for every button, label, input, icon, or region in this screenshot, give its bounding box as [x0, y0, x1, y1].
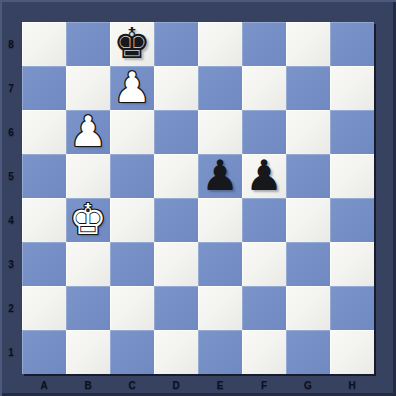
square-b1[interactable]: [66, 330, 110, 374]
square-c4[interactable]: [110, 198, 154, 242]
square-b2[interactable]: [66, 286, 110, 330]
square-g5[interactable]: [286, 154, 330, 198]
file-labels: ABCDEFGH: [22, 374, 374, 396]
square-d8[interactable]: [154, 22, 198, 66]
square-g8[interactable]: [286, 22, 330, 66]
square-e7[interactable]: [198, 66, 242, 110]
square-g6[interactable]: [286, 110, 330, 154]
file-label-c: C: [110, 374, 154, 396]
square-c5[interactable]: [110, 154, 154, 198]
chessboard-frame: 87654321 ABCDEFGH ♚♟♟♟♟♚: [0, 0, 396, 396]
square-h6[interactable]: [330, 110, 374, 154]
rank-label-7: 7: [0, 66, 22, 110]
square-d1[interactable]: [154, 330, 198, 374]
square-b8[interactable]: [66, 22, 110, 66]
square-e4[interactable]: [198, 198, 242, 242]
square-h3[interactable]: [330, 242, 374, 286]
square-d6[interactable]: [154, 110, 198, 154]
square-a2[interactable]: [22, 286, 66, 330]
square-b6[interactable]: ♟: [66, 110, 110, 154]
square-h7[interactable]: [330, 66, 374, 110]
square-c1[interactable]: [110, 330, 154, 374]
rank-label-1: 1: [0, 330, 22, 374]
square-a8[interactable]: [22, 22, 66, 66]
square-e6[interactable]: [198, 110, 242, 154]
piece-black-pawn[interactable]: ♟: [245, 154, 283, 198]
square-g3[interactable]: [286, 242, 330, 286]
piece-black-pawn[interactable]: ♟: [201, 154, 239, 198]
square-d2[interactable]: [154, 286, 198, 330]
square-f6[interactable]: [242, 110, 286, 154]
square-a6[interactable]: [22, 110, 66, 154]
piece-white-king[interactable]: ♚: [69, 198, 107, 242]
square-a4[interactable]: [22, 198, 66, 242]
file-label-g: G: [286, 374, 330, 396]
square-g7[interactable]: [286, 66, 330, 110]
square-f2[interactable]: [242, 286, 286, 330]
square-b4[interactable]: ♚: [66, 198, 110, 242]
square-e8[interactable]: [198, 22, 242, 66]
rank-label-5: 5: [0, 154, 22, 198]
square-d4[interactable]: [154, 198, 198, 242]
piece-white-pawn[interactable]: ♟: [69, 110, 107, 154]
chessboard: ♚♟♟♟♟♚: [22, 22, 374, 374]
square-g2[interactable]: [286, 286, 330, 330]
file-label-e: E: [198, 374, 242, 396]
square-e3[interactable]: [198, 242, 242, 286]
square-e5[interactable]: ♟: [198, 154, 242, 198]
square-d3[interactable]: [154, 242, 198, 286]
square-h4[interactable]: [330, 198, 374, 242]
square-g1[interactable]: [286, 330, 330, 374]
file-label-a: A: [22, 374, 66, 396]
square-f7[interactable]: [242, 66, 286, 110]
square-c6[interactable]: [110, 110, 154, 154]
file-label-f: F: [242, 374, 286, 396]
file-label-h: H: [330, 374, 374, 396]
square-b7[interactable]: [66, 66, 110, 110]
square-e1[interactable]: [198, 330, 242, 374]
rank-label-8: 8: [0, 22, 22, 66]
square-g4[interactable]: [286, 198, 330, 242]
square-d7[interactable]: [154, 66, 198, 110]
square-f3[interactable]: [242, 242, 286, 286]
square-f4[interactable]: [242, 198, 286, 242]
square-h2[interactable]: [330, 286, 374, 330]
square-a3[interactable]: [22, 242, 66, 286]
rank-labels: 87654321: [0, 22, 22, 374]
rank-label-2: 2: [0, 286, 22, 330]
square-f5[interactable]: ♟: [242, 154, 286, 198]
square-a1[interactable]: [22, 330, 66, 374]
square-a5[interactable]: [22, 154, 66, 198]
square-f1[interactable]: [242, 330, 286, 374]
square-f8[interactable]: [242, 22, 286, 66]
square-c7[interactable]: ♟: [110, 66, 154, 110]
square-c2[interactable]: [110, 286, 154, 330]
square-h1[interactable]: [330, 330, 374, 374]
square-e2[interactable]: [198, 286, 242, 330]
square-c3[interactable]: [110, 242, 154, 286]
square-a7[interactable]: [22, 66, 66, 110]
rank-label-4: 4: [0, 198, 22, 242]
file-label-b: B: [66, 374, 110, 396]
file-label-d: D: [154, 374, 198, 396]
square-c8[interactable]: ♚: [110, 22, 154, 66]
square-b3[interactable]: [66, 242, 110, 286]
square-b5[interactable]: [66, 154, 110, 198]
rank-label-6: 6: [0, 110, 22, 154]
square-h5[interactable]: [330, 154, 374, 198]
piece-white-pawn[interactable]: ♟: [113, 66, 151, 110]
square-d5[interactable]: [154, 154, 198, 198]
square-h8[interactable]: [330, 22, 374, 66]
rank-label-3: 3: [0, 242, 22, 286]
piece-black-king[interactable]: ♚: [113, 22, 151, 66]
